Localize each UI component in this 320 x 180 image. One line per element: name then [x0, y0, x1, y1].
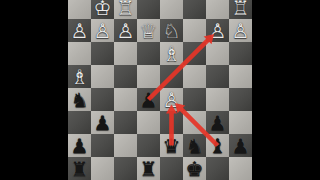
square-g6[interactable]: ♟: [91, 111, 114, 134]
square-b1[interactable]: [206, 0, 229, 19]
white-pawn: ♙: [232, 20, 250, 40]
black-king: ♚: [186, 158, 204, 178]
letterbox-left: [0, 0, 68, 180]
white-rook: ♖: [232, 0, 250, 17]
square-c2[interactable]: [183, 19, 206, 42]
square-f6[interactable]: [114, 111, 137, 134]
black-rook: ♜: [140, 158, 158, 178]
square-e2[interactable]: ♕: [137, 19, 160, 42]
black-queen: ♛: [163, 135, 181, 155]
square-d8[interactable]: [160, 157, 183, 180]
square-a4[interactable]: [229, 65, 252, 88]
square-e6[interactable]: [137, 111, 160, 134]
square-c5[interactable]: [183, 88, 206, 111]
square-d5[interactable]: ♙: [160, 88, 183, 111]
black-pawn: ♟: [232, 135, 250, 155]
square-a2[interactable]: ♙: [229, 19, 252, 42]
square-d6[interactable]: [160, 111, 183, 134]
white-queen: ♕: [140, 20, 158, 40]
square-g4[interactable]: [91, 65, 114, 88]
white-rook: ♖: [117, 0, 135, 17]
square-d4[interactable]: [160, 65, 183, 88]
square-h5[interactable]: ♞: [68, 88, 91, 111]
black-bishop: ♝: [209, 135, 227, 155]
square-h8[interactable]: ♜: [68, 157, 91, 180]
square-a8[interactable]: [229, 157, 252, 180]
square-f8[interactable]: [114, 157, 137, 180]
square-b4[interactable]: [206, 65, 229, 88]
square-g5[interactable]: [91, 88, 114, 111]
white-pawn: ♙: [117, 20, 135, 40]
white-pawn: ♙: [71, 20, 89, 40]
square-a5[interactable]: [229, 88, 252, 111]
black-pawn: ♟: [140, 89, 158, 109]
white-pawn: ♙: [163, 89, 181, 109]
square-d2[interactable]: ♘: [160, 19, 183, 42]
square-f4[interactable]: [114, 65, 137, 88]
square-c6[interactable]: [183, 111, 206, 134]
square-e1[interactable]: [137, 0, 160, 19]
square-b8[interactable]: [206, 157, 229, 180]
letterbox-right: [252, 0, 320, 180]
square-b5[interactable]: [206, 88, 229, 111]
black-pawn: ♟: [209, 112, 227, 132]
square-b7[interactable]: ♝: [206, 134, 229, 157]
black-rook: ♜: [71, 158, 89, 178]
square-d1[interactable]: [160, 0, 183, 19]
black-pawn: ♟: [94, 112, 112, 132]
square-c3[interactable]: [183, 42, 206, 65]
square-a7[interactable]: ♟: [229, 134, 252, 157]
square-h2[interactable]: ♙: [68, 19, 91, 42]
square-e3[interactable]: [137, 42, 160, 65]
square-a6[interactable]: [229, 111, 252, 134]
square-h4[interactable]: ♗: [68, 65, 91, 88]
white-knight: ♘: [163, 20, 181, 40]
square-c8[interactable]: ♚: [183, 157, 206, 180]
square-c1[interactable]: [183, 0, 206, 19]
square-e8[interactable]: ♜: [137, 157, 160, 180]
square-f1[interactable]: ♖: [114, 0, 137, 19]
square-a3[interactable]: [229, 42, 252, 65]
square-e5[interactable]: ♟: [137, 88, 160, 111]
square-h6[interactable]: [68, 111, 91, 134]
white-pawn: ♙: [209, 20, 227, 40]
square-c7[interactable]: ♞: [183, 134, 206, 157]
square-g2[interactable]: ♙: [91, 19, 114, 42]
square-b3[interactable]: [206, 42, 229, 65]
square-e4[interactable]: [137, 65, 160, 88]
square-g8[interactable]: [91, 157, 114, 180]
square-g3[interactable]: [91, 42, 114, 65]
black-knight: ♞: [186, 135, 204, 155]
square-g1[interactable]: ♔: [91, 0, 114, 19]
square-g7[interactable]: [91, 134, 114, 157]
white-bishop: ♗: [163, 43, 181, 63]
square-h3[interactable]: [68, 42, 91, 65]
square-b2[interactable]: ♙: [206, 19, 229, 42]
chess-board[interactable]: ♔♖♖♙♙♙♕♘♙♙♗♗♞♟♙♟♟♟♛♞♝♟♜♜♚: [68, 0, 252, 180]
white-pawn: ♙: [94, 20, 112, 40]
black-knight: ♞: [71, 89, 89, 109]
black-pawn: ♟: [71, 135, 89, 155]
white-king: ♔: [94, 0, 112, 17]
square-f5[interactable]: [114, 88, 137, 111]
square-f7[interactable]: [114, 134, 137, 157]
square-f2[interactable]: ♙: [114, 19, 137, 42]
square-d7[interactable]: ♛: [160, 134, 183, 157]
square-d3[interactable]: ♗: [160, 42, 183, 65]
square-a1[interactable]: ♖: [229, 0, 252, 19]
square-f3[interactable]: [114, 42, 137, 65]
square-b6[interactable]: ♟: [206, 111, 229, 134]
white-bishop: ♗: [71, 66, 89, 86]
square-h7[interactable]: ♟: [68, 134, 91, 157]
video-frame: ♔♖♖♙♙♙♕♘♙♙♗♗♞♟♙♟♟♟♛♞♝♟♜♜♚: [0, 0, 320, 180]
square-c4[interactable]: [183, 65, 206, 88]
square-e7[interactable]: [137, 134, 160, 157]
square-h1[interactable]: [68, 0, 91, 19]
